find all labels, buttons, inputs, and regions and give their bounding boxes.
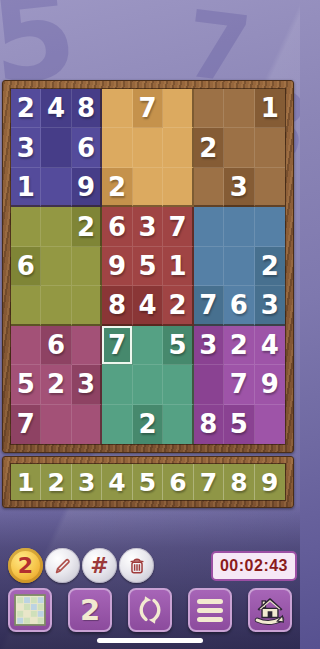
mini-grid-icon (14, 594, 46, 626)
cell-r7c2[interactable]: 6 (41, 326, 71, 365)
cell-r2c6[interactable] (163, 128, 193, 167)
cell-r6c2[interactable] (41, 286, 71, 325)
number-tray: 123456789 (11, 464, 285, 500)
timer: 00:02:43 (211, 551, 297, 581)
cell-r4c8[interactable] (224, 207, 254, 246)
cell-r4c7[interactable] (194, 207, 224, 246)
cell-r3c5[interactable] (133, 168, 163, 207)
pencil-icon (52, 555, 74, 577)
home-icon (253, 593, 287, 627)
cell-r3c2[interactable] (41, 168, 71, 207)
cell-r2c5[interactable] (133, 128, 163, 167)
tray-wood-frame: 123456789 (2, 456, 294, 508)
cell-r2c9[interactable] (255, 128, 285, 167)
cell-r9c7[interactable]: 8 (194, 405, 224, 444)
cell-r7c4[interactable]: 7 (102, 326, 132, 365)
cell-r1c6[interactable] (163, 89, 193, 128)
cell-r3c7[interactable] (194, 168, 224, 207)
tray-number-3[interactable]: 3 (72, 464, 102, 500)
cell-r3c1[interactable]: 1 (11, 168, 41, 207)
cell-r8c6[interactable] (163, 365, 193, 404)
trash-icon (126, 555, 148, 577)
cell-r1c8[interactable] (224, 89, 254, 128)
cell-r7c6[interactable]: 5 (163, 326, 193, 365)
home-button[interactable] (248, 588, 292, 632)
cell-r2c1[interactable]: 3 (11, 128, 41, 167)
cell-r1c5[interactable]: 7 (133, 89, 163, 128)
cell-r5c7[interactable] (194, 247, 224, 286)
cell-r9c6[interactable] (163, 405, 193, 444)
cell-r3c9[interactable] (255, 168, 285, 207)
selected-number-badge[interactable]: 2 (8, 548, 43, 583)
cell-r5c5[interactable]: 5 (133, 247, 163, 286)
cell-r8c1[interactable]: 5 (11, 365, 41, 404)
cell-r7c9[interactable]: 4 (255, 326, 285, 365)
cell-r8c7[interactable] (194, 365, 224, 404)
cell-r1c4[interactable] (102, 89, 132, 128)
cell-r2c3[interactable]: 6 (72, 128, 102, 167)
cell-r6c1[interactable] (11, 286, 41, 325)
cell-r6c4[interactable]: 8 (102, 286, 132, 325)
cell-r9c8[interactable]: 5 (224, 405, 254, 444)
menu-icon (197, 599, 223, 622)
cell-r5c3[interactable] (72, 247, 102, 286)
tray-number-7[interactable]: 7 (194, 464, 224, 500)
trash-button[interactable] (119, 548, 154, 583)
tray-number-5[interactable]: 5 (133, 464, 163, 500)
cell-r9c4[interactable] (102, 405, 132, 444)
tray-number-1[interactable]: 1 (11, 464, 41, 500)
tray-number-6[interactable]: 6 (163, 464, 193, 500)
cell-r5c6[interactable]: 1 (163, 247, 193, 286)
cell-r9c2[interactable] (41, 405, 71, 444)
cell-r4c6[interactable]: 7 (163, 207, 193, 246)
cell-r1c1[interactable]: 2 (11, 89, 41, 128)
restart-button[interactable] (128, 588, 172, 632)
number-2-button[interactable]: 2 (68, 588, 112, 632)
cell-r2c7[interactable]: 2 (194, 128, 224, 167)
pencil-button[interactable] (45, 548, 80, 583)
cell-r6c8[interactable]: 6 (224, 286, 254, 325)
cell-r5c2[interactable] (41, 247, 71, 286)
cell-r1c3[interactable]: 8 (72, 89, 102, 128)
cell-r6c6[interactable]: 2 (163, 286, 193, 325)
cell-r8c3[interactable]: 3 (72, 365, 102, 404)
cell-r3c6[interactable] (163, 168, 193, 207)
cell-r2c2[interactable] (41, 128, 71, 167)
bottom-button-row: 2 (8, 588, 292, 632)
cell-r5c4[interactable]: 9 (102, 247, 132, 286)
cell-r8c5[interactable] (133, 365, 163, 404)
cell-r4c2[interactable] (41, 207, 71, 246)
cell-r8c4[interactable] (102, 365, 132, 404)
menu-button[interactable] (188, 588, 232, 632)
cell-r4c4[interactable]: 6 (102, 207, 132, 246)
hash-icon: # (90, 553, 108, 578)
tool-circle-row: 2 # (8, 548, 154, 583)
cell-r3c4[interactable]: 2 (102, 168, 132, 207)
cell-r5c9[interactable]: 2 (255, 247, 285, 286)
cell-r4c9[interactable] (255, 207, 285, 246)
cell-r9c3[interactable] (72, 405, 102, 444)
cell-r2c4[interactable] (102, 128, 132, 167)
mini-grid-button[interactable] (8, 588, 52, 632)
hash-button[interactable]: # (82, 548, 117, 583)
cell-r9c5[interactable]: 2 (133, 405, 163, 444)
board-wood-frame: 2487136219232637695128427636753245237972… (2, 80, 294, 453)
cell-r6c7[interactable]: 7 (194, 286, 224, 325)
cell-r7c3[interactable] (72, 326, 102, 365)
cell-r2c8[interactable] (224, 128, 254, 167)
cell-r7c5[interactable] (133, 326, 163, 365)
cell-r1c7[interactable] (194, 89, 224, 128)
sudoku-grid: 2487136219232637695128427636753245237972… (11, 89, 285, 444)
cell-r6c9[interactable]: 3 (255, 286, 285, 325)
cell-r7c7[interactable]: 3 (194, 326, 224, 365)
home-indicator[interactable] (97, 638, 203, 643)
cell-r8c9[interactable]: 9 (255, 365, 285, 404)
cell-r7c8[interactable]: 2 (224, 326, 254, 365)
cell-r8c8[interactable]: 7 (224, 365, 254, 404)
selected-number-label: 2 (18, 553, 33, 578)
cell-r6c5[interactable]: 4 (133, 286, 163, 325)
cell-r3c3[interactable]: 9 (72, 168, 102, 207)
cell-r7c1[interactable] (11, 326, 41, 365)
number-2-label: 2 (80, 593, 100, 627)
cell-r1c9[interactable]: 1 (255, 89, 285, 128)
tray-number-2[interactable]: 2 (41, 464, 71, 500)
restart-icon (135, 595, 165, 625)
cell-r4c5[interactable]: 3 (133, 207, 163, 246)
cell-r5c8[interactable] (224, 247, 254, 286)
cell-r4c1[interactable] (11, 207, 41, 246)
tray-number-9[interactable]: 9 (255, 464, 285, 500)
cell-r9c1[interactable]: 7 (11, 405, 41, 444)
cell-r5c1[interactable]: 6 (11, 247, 41, 286)
cell-r8c2[interactable]: 2 (41, 365, 71, 404)
cell-r1c2[interactable]: 4 (41, 89, 71, 128)
cell-r3c8[interactable]: 3 (224, 168, 254, 207)
tray-number-8[interactable]: 8 (224, 464, 254, 500)
cell-r9c9[interactable] (255, 405, 285, 444)
cell-r6c3[interactable] (72, 286, 102, 325)
cell-r4c3[interactable]: 2 (72, 207, 102, 246)
tray-number-4[interactable]: 4 (102, 464, 132, 500)
